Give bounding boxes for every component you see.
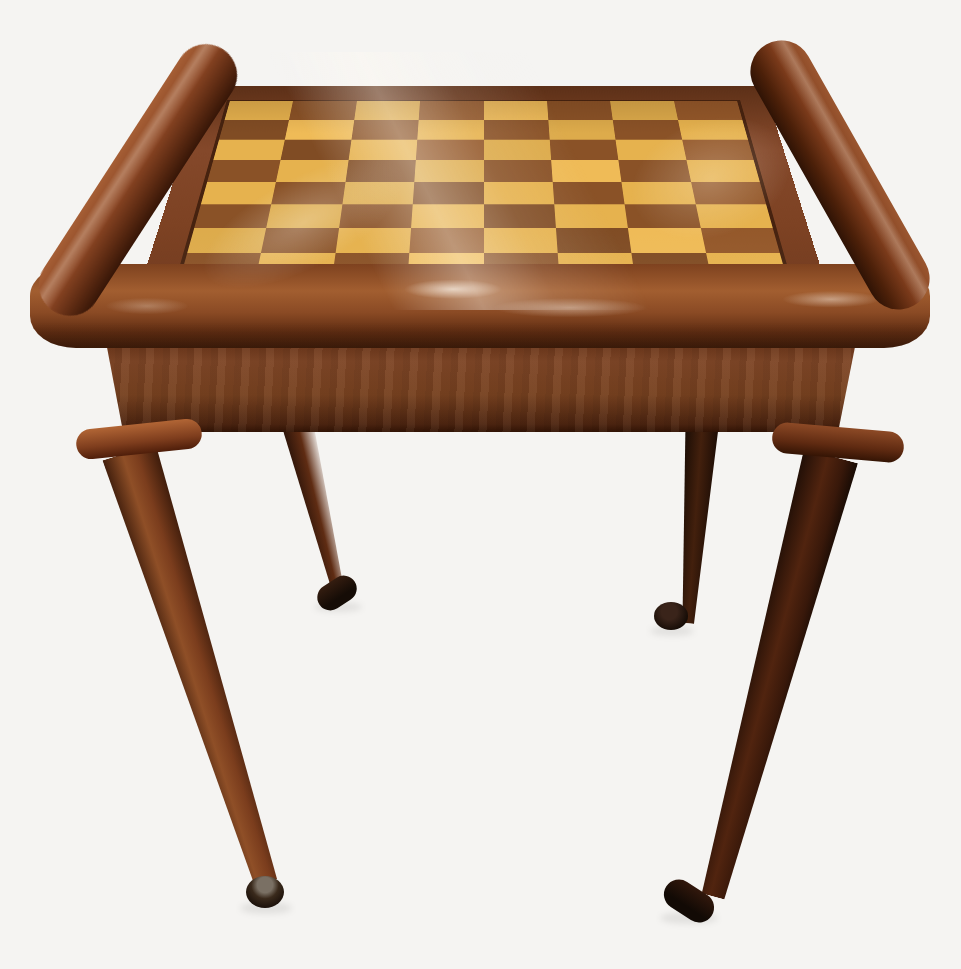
square-h8 bbox=[674, 101, 743, 120]
front-right-leg-collar bbox=[771, 421, 905, 463]
square-e6 bbox=[484, 140, 552, 161]
square-d3 bbox=[411, 204, 483, 228]
square-d2 bbox=[409, 228, 483, 253]
square-e7 bbox=[484, 120, 550, 140]
square-f2 bbox=[556, 228, 632, 253]
square-h3 bbox=[695, 204, 772, 228]
square-g2 bbox=[628, 228, 706, 253]
square-e4 bbox=[484, 182, 555, 205]
square-c4 bbox=[342, 182, 414, 205]
square-d7 bbox=[417, 120, 483, 140]
square-b3 bbox=[267, 204, 343, 228]
rear-right-caster bbox=[654, 602, 688, 630]
square-f4 bbox=[553, 182, 625, 205]
square-c8 bbox=[354, 101, 420, 120]
square-h7 bbox=[678, 120, 748, 140]
square-c5 bbox=[345, 160, 416, 182]
square-c7 bbox=[351, 120, 418, 140]
square-f3 bbox=[554, 204, 628, 228]
square-g8 bbox=[610, 101, 677, 120]
square-d6 bbox=[416, 140, 484, 161]
square-a4 bbox=[201, 182, 276, 205]
front-left-leg bbox=[101, 443, 292, 892]
square-a3 bbox=[194, 204, 271, 228]
square-b2 bbox=[261, 228, 339, 253]
square-h2 bbox=[700, 228, 779, 253]
square-d4 bbox=[413, 182, 484, 205]
square-g7 bbox=[613, 120, 682, 140]
square-a5 bbox=[207, 160, 281, 182]
chessboard bbox=[176, 100, 792, 280]
square-g3 bbox=[625, 204, 701, 228]
square-c3 bbox=[339, 204, 413, 228]
square-d5 bbox=[414, 160, 483, 182]
rear-right-leg bbox=[670, 425, 720, 625]
square-g6 bbox=[616, 140, 686, 161]
tabletop-front-edge bbox=[30, 264, 930, 348]
square-f7 bbox=[548, 120, 615, 140]
square-b8 bbox=[289, 101, 356, 120]
square-h6 bbox=[682, 140, 754, 161]
square-b6 bbox=[281, 140, 351, 161]
square-e8 bbox=[484, 101, 549, 120]
square-h4 bbox=[691, 182, 766, 205]
square-a6 bbox=[213, 140, 285, 161]
square-a2 bbox=[187, 228, 266, 253]
photo-scene bbox=[0, 0, 961, 969]
square-b7 bbox=[285, 120, 354, 140]
square-h5 bbox=[686, 160, 760, 182]
front-right-leg bbox=[685, 448, 859, 903]
square-e5 bbox=[484, 160, 553, 182]
square-f8 bbox=[547, 101, 613, 120]
square-f6 bbox=[550, 140, 619, 161]
square-c2 bbox=[335, 228, 411, 253]
square-g4 bbox=[622, 182, 696, 205]
square-a8 bbox=[225, 101, 294, 120]
square-e2 bbox=[484, 228, 558, 253]
square-e3 bbox=[484, 204, 556, 228]
front-left-caster bbox=[246, 876, 284, 908]
front-left-leg-collar bbox=[75, 417, 203, 460]
square-c6 bbox=[348, 140, 417, 161]
square-g5 bbox=[619, 160, 691, 182]
square-a7 bbox=[219, 120, 289, 140]
square-f5 bbox=[551, 160, 622, 182]
square-b4 bbox=[272, 182, 346, 205]
square-d8 bbox=[419, 101, 484, 120]
apron bbox=[92, 334, 870, 432]
square-b5 bbox=[276, 160, 348, 182]
